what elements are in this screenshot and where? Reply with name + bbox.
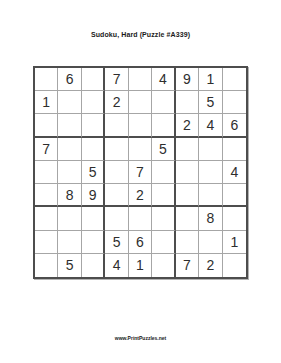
- cell-r1c6[interactable]: 4: [152, 68, 175, 91]
- cell-r4c5[interactable]: [129, 138, 152, 161]
- cell-r1c2[interactable]: 6: [58, 68, 81, 91]
- page: Sudoku, Hard (Puzzle #A339) 674911252467…: [0, 0, 281, 363]
- cell-r6c7[interactable]: [176, 184, 199, 207]
- cell-r3c2[interactable]: [58, 114, 81, 137]
- cell-r9c6[interactable]: [152, 254, 175, 277]
- cell-r5c2[interactable]: [58, 161, 81, 184]
- footer-url: www.PrintPuzzles.net: [0, 335, 281, 341]
- cell-r8c7[interactable]: [176, 231, 199, 254]
- cell-r1c4[interactable]: 7: [105, 68, 128, 91]
- cell-r9c5[interactable]: 1: [129, 254, 152, 277]
- cell-r5c5[interactable]: 7: [129, 161, 152, 184]
- cell-r1c5[interactable]: [129, 68, 152, 91]
- cell-r7c5[interactable]: [129, 207, 152, 230]
- cell-r7c9[interactable]: [223, 207, 246, 230]
- cell-r1c3[interactable]: [82, 68, 105, 91]
- cell-r5c3[interactable]: 5: [82, 161, 105, 184]
- cell-r3c9[interactable]: 6: [223, 114, 246, 137]
- cell-r7c1[interactable]: [35, 207, 58, 230]
- cell-r8c9[interactable]: 1: [223, 231, 246, 254]
- cell-r5c8[interactable]: [199, 161, 222, 184]
- cell-r6c4[interactable]: [105, 184, 128, 207]
- cell-r1c8[interactable]: 1: [199, 68, 222, 91]
- cell-r9c8[interactable]: 2: [199, 254, 222, 277]
- cell-r6c9[interactable]: [223, 184, 246, 207]
- cell-r3c7[interactable]: 2: [176, 114, 199, 137]
- cell-r5c4[interactable]: [105, 161, 128, 184]
- cell-r1c1[interactable]: [35, 68, 58, 91]
- cell-r5c1[interactable]: [35, 161, 58, 184]
- cell-r1c9[interactable]: [223, 68, 246, 91]
- cell-r7c3[interactable]: [82, 207, 105, 230]
- cell-r4c9[interactable]: [223, 138, 246, 161]
- cell-r6c1[interactable]: [35, 184, 58, 207]
- cell-r4c2[interactable]: [58, 138, 81, 161]
- cell-r6c8[interactable]: [199, 184, 222, 207]
- cell-r9c1[interactable]: [35, 254, 58, 277]
- cell-r7c4[interactable]: [105, 207, 128, 230]
- cell-r4c7[interactable]: [176, 138, 199, 161]
- cell-r8c4[interactable]: 5: [105, 231, 128, 254]
- cell-r2c3[interactable]: [82, 91, 105, 114]
- cell-r8c2[interactable]: [58, 231, 81, 254]
- cell-r2c7[interactable]: [176, 91, 199, 114]
- cell-r8c5[interactable]: 6: [129, 231, 152, 254]
- cell-r9c9[interactable]: [223, 254, 246, 277]
- cell-r2c1[interactable]: 1: [35, 91, 58, 114]
- cell-r3c6[interactable]: [152, 114, 175, 137]
- cell-r2c9[interactable]: [223, 91, 246, 114]
- cell-r9c4[interactable]: 4: [105, 254, 128, 277]
- cell-r2c4[interactable]: 2: [105, 91, 128, 114]
- cell-r7c7[interactable]: [176, 207, 199, 230]
- cell-r6c2[interactable]: 8: [58, 184, 81, 207]
- cell-r9c3[interactable]: [82, 254, 105, 277]
- cell-r2c5[interactable]: [129, 91, 152, 114]
- cell-r3c1[interactable]: [35, 114, 58, 137]
- cell-r6c3[interactable]: 9: [82, 184, 105, 207]
- cell-r8c1[interactable]: [35, 231, 58, 254]
- cell-r3c5[interactable]: [129, 114, 152, 137]
- cell-r7c6[interactable]: [152, 207, 175, 230]
- cell-r4c6[interactable]: 5: [152, 138, 175, 161]
- cell-r9c2[interactable]: 5: [58, 254, 81, 277]
- cell-r6c5[interactable]: 2: [129, 184, 152, 207]
- puzzle-title: Sudoku, Hard (Puzzle #A339): [0, 31, 281, 38]
- cell-r2c6[interactable]: [152, 91, 175, 114]
- cell-r1c7[interactable]: 9: [176, 68, 199, 91]
- cell-r3c8[interactable]: 4: [199, 114, 222, 137]
- cell-r4c4[interactable]: [105, 138, 128, 161]
- cell-r3c4[interactable]: [105, 114, 128, 137]
- cell-r8c8[interactable]: [199, 231, 222, 254]
- cell-r4c3[interactable]: [82, 138, 105, 161]
- cell-r8c6[interactable]: [152, 231, 175, 254]
- cell-r7c8[interactable]: 8: [199, 207, 222, 230]
- cell-r5c6[interactable]: [152, 161, 175, 184]
- cell-r2c8[interactable]: 5: [199, 91, 222, 114]
- cell-r3c3[interactable]: [82, 114, 105, 137]
- cell-r4c1[interactable]: 7: [35, 138, 58, 161]
- cell-r6c6[interactable]: [152, 184, 175, 207]
- cell-r4c8[interactable]: [199, 138, 222, 161]
- cell-r7c2[interactable]: [58, 207, 81, 230]
- cell-r5c7[interactable]: [176, 161, 199, 184]
- cell-r5c9[interactable]: 4: [223, 161, 246, 184]
- cell-r2c2[interactable]: [58, 91, 81, 114]
- sudoku-grid: 6749112524675574892856154172: [33, 66, 248, 279]
- cell-r8c3[interactable]: [82, 231, 105, 254]
- cell-r9c7[interactable]: 7: [176, 254, 199, 277]
